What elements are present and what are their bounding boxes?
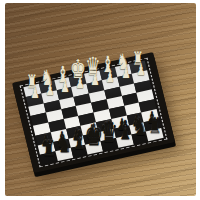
square-a8 bbox=[146, 128, 164, 141]
board-grid bbox=[23, 61, 163, 165]
product-photo: ♜♞♝♚♛♝♞♜♟♟♟♟♟♟♟♟♟♟♟♟♟♟♟♟♜♞♝♚♛♝♞♜ bbox=[0, 0, 200, 200]
